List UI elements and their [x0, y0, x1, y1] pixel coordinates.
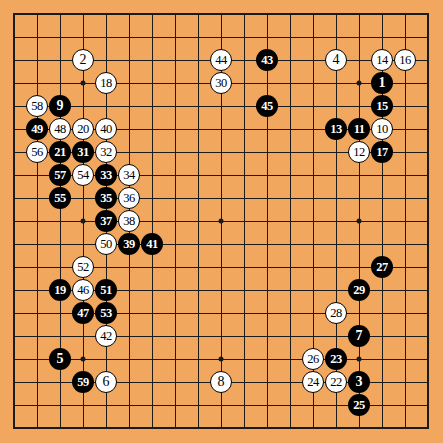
stone-black-9[interactable]: 9 — [49, 95, 71, 117]
stone-white-48[interactable]: 48 — [49, 118, 71, 140]
stone-white-30[interactable]: 30 — [210, 72, 232, 94]
stone-white-46[interactable]: 46 — [72, 279, 94, 301]
star-point — [81, 219, 86, 224]
stone-black-39[interactable]: 39 — [118, 233, 140, 255]
stone-black-17[interactable]: 17 — [371, 141, 393, 163]
stone-black-23[interactable]: 23 — [325, 348, 347, 370]
stone-black-53[interactable]: 53 — [95, 302, 117, 324]
stone-black-41[interactable]: 41 — [141, 233, 163, 255]
grid-line-horizontal — [13, 244, 429, 245]
stone-white-14[interactable]: 14 — [371, 49, 393, 71]
grid-line-horizontal — [13, 427, 429, 429]
stone-white-32[interactable]: 32 — [95, 141, 117, 163]
grid-line-vertical — [290, 13, 291, 429]
star-point — [357, 219, 362, 224]
stone-white-50[interactable]: 50 — [95, 233, 117, 255]
stone-white-54[interactable]: 54 — [72, 164, 94, 186]
stone-black-51[interactable]: 51 — [95, 279, 117, 301]
stone-white-10[interactable]: 10 — [371, 118, 393, 140]
stone-white-42[interactable]: 42 — [95, 325, 117, 347]
stone-white-16[interactable]: 16 — [394, 49, 416, 71]
stone-white-20[interactable]: 20 — [72, 118, 94, 140]
stone-white-36[interactable]: 36 — [118, 187, 140, 209]
stone-black-45[interactable]: 45 — [256, 95, 278, 117]
stone-black-55[interactable]: 55 — [49, 187, 71, 209]
stone-white-22[interactable]: 22 — [325, 371, 347, 393]
stone-white-8[interactable]: 8 — [210, 371, 232, 393]
stone-black-33[interactable]: 33 — [95, 164, 117, 186]
stone-black-25[interactable]: 25 — [348, 394, 370, 416]
stone-black-5[interactable]: 5 — [49, 348, 71, 370]
stone-white-2[interactable]: 2 — [72, 49, 94, 71]
stone-white-52[interactable]: 52 — [72, 256, 94, 278]
stone-white-18[interactable]: 18 — [95, 72, 117, 94]
stone-black-37[interactable]: 37 — [95, 210, 117, 232]
stone-black-29[interactable]: 29 — [348, 279, 370, 301]
stone-white-26[interactable]: 26 — [302, 348, 324, 370]
star-point — [81, 81, 86, 86]
stone-white-38[interactable]: 38 — [118, 210, 140, 232]
stone-white-44[interactable]: 44 — [210, 49, 232, 71]
stone-black-13[interactable]: 13 — [325, 118, 347, 140]
stone-black-59[interactable]: 59 — [72, 371, 94, 393]
star-point — [219, 357, 224, 362]
grid-line-vertical — [244, 13, 245, 429]
stone-black-35[interactable]: 35 — [95, 187, 117, 209]
star-point — [357, 81, 362, 86]
grid-line-vertical — [267, 13, 268, 429]
stone-black-57[interactable]: 57 — [49, 164, 71, 186]
stone-white-28[interactable]: 28 — [325, 302, 347, 324]
stone-black-27[interactable]: 27 — [371, 256, 393, 278]
star-point — [219, 219, 224, 224]
stone-black-43[interactable]: 43 — [256, 49, 278, 71]
stone-black-19[interactable]: 19 — [49, 279, 71, 301]
stone-black-49[interactable]: 49 — [26, 118, 48, 140]
stone-black-31[interactable]: 31 — [72, 141, 94, 163]
stone-black-11[interactable]: 11 — [348, 118, 370, 140]
stone-white-12[interactable]: 12 — [348, 141, 370, 163]
stone-black-1[interactable]: 1 — [371, 72, 393, 94]
stone-black-3[interactable]: 3 — [348, 371, 370, 393]
stone-white-34[interactable]: 34 — [118, 164, 140, 186]
stone-white-24[interactable]: 24 — [302, 371, 324, 393]
stone-white-6[interactable]: 6 — [95, 371, 117, 393]
grid-line-vertical — [405, 13, 406, 429]
stone-black-15[interactable]: 15 — [371, 95, 393, 117]
stone-black-47[interactable]: 47 — [72, 302, 94, 324]
star-point — [81, 357, 86, 362]
stone-white-58[interactable]: 58 — [26, 95, 48, 117]
stone-white-56[interactable]: 56 — [26, 141, 48, 163]
stone-black-7[interactable]: 7 — [348, 325, 370, 347]
go-board[interactable]: 1234567891011121314151617181920212223242… — [0, 0, 443, 443]
grid-line-vertical — [427, 13, 429, 429]
stone-white-4[interactable]: 4 — [325, 49, 347, 71]
stone-white-40[interactable]: 40 — [95, 118, 117, 140]
star-point — [357, 357, 362, 362]
stone-black-21[interactable]: 21 — [49, 141, 71, 163]
